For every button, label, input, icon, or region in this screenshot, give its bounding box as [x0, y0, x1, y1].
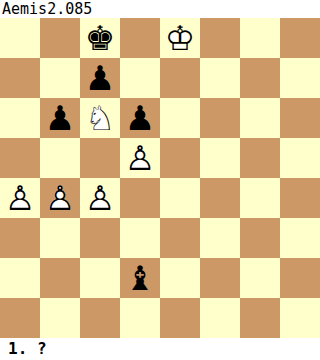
square-a8[interactable]	[0, 18, 40, 58]
square-e2[interactable]	[160, 258, 200, 298]
black-pawn: ♟	[120, 98, 160, 138]
white-pawn: ♙	[80, 178, 120, 218]
square-h5[interactable]	[280, 138, 320, 178]
square-g1[interactable]	[240, 298, 280, 338]
square-a1[interactable]	[0, 298, 40, 338]
square-a6[interactable]	[0, 98, 40, 138]
chess-board: ♚♚♔♟♟♞♘♟♟♙♟♙♟♙♟♙♝	[0, 18, 320, 338]
square-h1[interactable]	[280, 298, 320, 338]
white-pawn-fill: ♟	[80, 178, 120, 218]
square-d2[interactable]: ♝	[120, 258, 160, 298]
square-g3[interactable]	[240, 218, 280, 258]
square-d3[interactable]	[120, 218, 160, 258]
black-king: ♚	[80, 18, 120, 58]
square-b4[interactable]: ♟♙	[40, 178, 80, 218]
square-a4[interactable]: ♟♙	[0, 178, 40, 218]
square-h4[interactable]	[280, 178, 320, 218]
square-e3[interactable]	[160, 218, 200, 258]
square-b2[interactable]	[40, 258, 80, 298]
white-pawn-fill: ♟	[0, 178, 40, 218]
white-king: ♔	[160, 18, 200, 58]
square-c8[interactable]: ♚	[80, 18, 120, 58]
square-b6[interactable]: ♟	[40, 98, 80, 138]
square-g8[interactable]	[240, 18, 280, 58]
black-pawn: ♟	[80, 58, 120, 98]
square-c3[interactable]	[80, 218, 120, 258]
square-e8[interactable]: ♚♔	[160, 18, 200, 58]
square-b8[interactable]	[40, 18, 80, 58]
chess-diagram-window: Aemis2.085 ♚♚♔♟♟♞♘♟♟♙♟♙♟♙♟♙♝ 1. ?	[0, 0, 320, 360]
square-g5[interactable]	[240, 138, 280, 178]
square-e5[interactable]	[160, 138, 200, 178]
square-f6[interactable]	[200, 98, 240, 138]
square-c2[interactable]	[80, 258, 120, 298]
square-f4[interactable]	[200, 178, 240, 218]
square-b5[interactable]	[40, 138, 80, 178]
white-pawn: ♙	[40, 178, 80, 218]
square-h7[interactable]	[280, 58, 320, 98]
square-d8[interactable]	[120, 18, 160, 58]
square-c1[interactable]	[80, 298, 120, 338]
square-a5[interactable]	[0, 138, 40, 178]
white-pawn: ♙	[120, 138, 160, 178]
black-pawn: ♟	[40, 98, 80, 138]
square-f5[interactable]	[200, 138, 240, 178]
square-f1[interactable]	[200, 298, 240, 338]
square-c7[interactable]: ♟	[80, 58, 120, 98]
white-knight: ♘	[80, 98, 120, 138]
square-d5[interactable]: ♟♙	[120, 138, 160, 178]
square-b7[interactable]	[40, 58, 80, 98]
white-king-fill: ♚	[160, 18, 200, 58]
square-e6[interactable]	[160, 98, 200, 138]
square-h8[interactable]	[280, 18, 320, 58]
square-d1[interactable]	[120, 298, 160, 338]
square-g2[interactable]	[240, 258, 280, 298]
white-knight-fill: ♞	[80, 98, 120, 138]
white-pawn-fill: ♟	[120, 138, 160, 178]
square-h2[interactable]	[280, 258, 320, 298]
square-f7[interactable]	[200, 58, 240, 98]
square-e1[interactable]	[160, 298, 200, 338]
square-a3[interactable]	[0, 218, 40, 258]
square-e7[interactable]	[160, 58, 200, 98]
square-d4[interactable]	[120, 178, 160, 218]
square-a2[interactable]	[0, 258, 40, 298]
square-g7[interactable]	[240, 58, 280, 98]
white-pawn: ♙	[0, 178, 40, 218]
square-f8[interactable]	[200, 18, 240, 58]
square-f3[interactable]	[200, 218, 240, 258]
square-h6[interactable]	[280, 98, 320, 138]
square-d7[interactable]	[120, 58, 160, 98]
square-e4[interactable]	[160, 178, 200, 218]
square-a7[interactable]	[0, 58, 40, 98]
square-d6[interactable]: ♟	[120, 98, 160, 138]
square-b3[interactable]	[40, 218, 80, 258]
square-g4[interactable]	[240, 178, 280, 218]
square-c5[interactable]	[80, 138, 120, 178]
square-c4[interactable]: ♟♙	[80, 178, 120, 218]
square-h3[interactable]	[280, 218, 320, 258]
square-f2[interactable]	[200, 258, 240, 298]
square-b1[interactable]	[40, 298, 80, 338]
diagram-title: Aemis2.085	[0, 0, 320, 18]
move-prompt: 1. ?	[0, 338, 320, 360]
square-g6[interactable]	[240, 98, 280, 138]
black-bishop: ♝	[120, 258, 160, 298]
square-c6[interactable]: ♞♘	[80, 98, 120, 138]
white-pawn-fill: ♟	[40, 178, 80, 218]
